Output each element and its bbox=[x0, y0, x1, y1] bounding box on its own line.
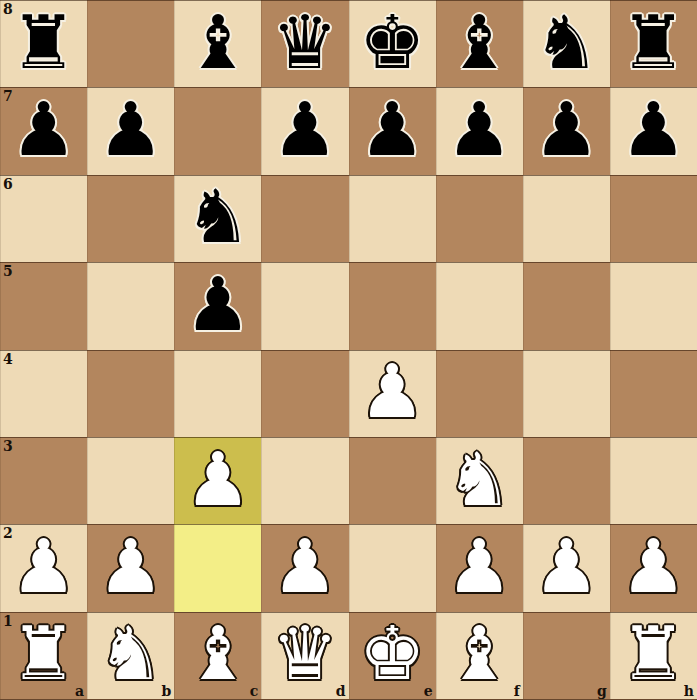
square-h4[interactable] bbox=[610, 350, 697, 437]
white-bishop[interactable]: ♝ bbox=[446, 616, 512, 690]
square-e6[interactable] bbox=[349, 175, 436, 262]
black-pawn[interactable]: ♟ bbox=[185, 267, 251, 341]
rank-label-4: 4 bbox=[3, 351, 13, 367]
black-bishop[interactable]: ♝ bbox=[446, 5, 512, 79]
file-label-a: a bbox=[75, 683, 84, 699]
square-f1[interactable]: f♝ bbox=[436, 612, 523, 699]
square-a6[interactable]: 6 bbox=[0, 175, 87, 262]
file-label-b: b bbox=[161, 683, 171, 699]
white-queen[interactable]: ♛ bbox=[272, 616, 338, 690]
square-c7[interactable] bbox=[174, 87, 261, 174]
square-d5[interactable] bbox=[261, 262, 348, 349]
square-g4[interactable] bbox=[523, 350, 610, 437]
square-e8[interactable]: ♚ bbox=[349, 0, 436, 87]
square-b6[interactable] bbox=[87, 175, 174, 262]
square-g7[interactable]: ♟ bbox=[523, 87, 610, 174]
square-c3[interactable]: ♟ bbox=[174, 437, 261, 524]
square-d4[interactable] bbox=[261, 350, 348, 437]
square-c4[interactable] bbox=[174, 350, 261, 437]
square-a7[interactable]: 7♟ bbox=[0, 87, 87, 174]
white-rook[interactable]: ♜ bbox=[620, 616, 686, 690]
square-h1[interactable]: h♜ bbox=[610, 612, 697, 699]
square-a2[interactable]: 2♟ bbox=[0, 524, 87, 611]
square-g1[interactable]: g bbox=[523, 612, 610, 699]
square-f7[interactable]: ♟ bbox=[436, 87, 523, 174]
square-d2[interactable]: ♟ bbox=[261, 524, 348, 611]
rank-label-5: 5 bbox=[3, 263, 13, 279]
black-rook[interactable]: ♜ bbox=[10, 5, 76, 79]
white-pawn[interactable]: ♟ bbox=[272, 529, 338, 603]
square-f3[interactable]: ♞ bbox=[436, 437, 523, 524]
square-d6[interactable] bbox=[261, 175, 348, 262]
square-c1[interactable]: c♝ bbox=[174, 612, 261, 699]
square-e3[interactable] bbox=[349, 437, 436, 524]
file-label-c: c bbox=[250, 683, 259, 699]
square-b4[interactable] bbox=[87, 350, 174, 437]
white-pawn[interactable]: ♟ bbox=[533, 529, 599, 603]
file-label-f: f bbox=[514, 683, 520, 699]
white-knight[interactable]: ♞ bbox=[446, 442, 512, 516]
file-label-g: g bbox=[597, 683, 607, 699]
white-knight[interactable]: ♞ bbox=[98, 616, 164, 690]
square-f8[interactable]: ♝ bbox=[436, 0, 523, 87]
black-king[interactable]: ♚ bbox=[359, 5, 425, 79]
square-c6[interactable]: ♞ bbox=[174, 175, 261, 262]
black-pawn[interactable]: ♟ bbox=[359, 92, 425, 166]
square-a4[interactable]: 4 bbox=[0, 350, 87, 437]
file-label-h: h bbox=[684, 683, 694, 699]
square-b3[interactable] bbox=[87, 437, 174, 524]
white-pawn[interactable]: ♟ bbox=[620, 529, 686, 603]
rank-label-3: 3 bbox=[3, 438, 13, 454]
black-pawn[interactable]: ♟ bbox=[10, 92, 76, 166]
black-pawn[interactable]: ♟ bbox=[533, 92, 599, 166]
square-e2[interactable] bbox=[349, 524, 436, 611]
rank-label-8: 8 bbox=[3, 1, 13, 17]
file-label-d: d bbox=[336, 683, 346, 699]
square-f2[interactable]: ♟ bbox=[436, 524, 523, 611]
rank-label-1: 1 bbox=[3, 613, 13, 629]
chess-board: 8♜♝♛♚♝♞♜7♟♟♟♟♟♟♟6♞5♟4♟3♟♞2♟♟♟♟♟♟1a♜b♞c♝d… bbox=[0, 0, 697, 700]
square-h6[interactable] bbox=[610, 175, 697, 262]
square-f5[interactable] bbox=[436, 262, 523, 349]
white-king[interactable]: ♚ bbox=[359, 616, 425, 690]
square-a5[interactable]: 5 bbox=[0, 262, 87, 349]
square-c2[interactable] bbox=[174, 524, 261, 611]
square-b8[interactable] bbox=[87, 0, 174, 87]
square-a8[interactable]: 8♜ bbox=[0, 0, 87, 87]
square-h5[interactable] bbox=[610, 262, 697, 349]
black-rook[interactable]: ♜ bbox=[620, 5, 686, 79]
black-bishop[interactable]: ♝ bbox=[185, 5, 251, 79]
square-c5[interactable]: ♟ bbox=[174, 262, 261, 349]
white-pawn[interactable]: ♟ bbox=[10, 529, 76, 603]
square-f4[interactable] bbox=[436, 350, 523, 437]
square-d1[interactable]: d♛ bbox=[261, 612, 348, 699]
square-h3[interactable] bbox=[610, 437, 697, 524]
square-a3[interactable]: 3 bbox=[0, 437, 87, 524]
white-pawn[interactable]: ♟ bbox=[98, 529, 164, 603]
square-g6[interactable] bbox=[523, 175, 610, 262]
black-pawn[interactable]: ♟ bbox=[272, 92, 338, 166]
square-a1[interactable]: 1a♜ bbox=[0, 612, 87, 699]
square-c8[interactable]: ♝ bbox=[174, 0, 261, 87]
black-knight[interactable]: ♞ bbox=[533, 5, 599, 79]
black-knight[interactable]: ♞ bbox=[185, 179, 251, 253]
black-pawn[interactable]: ♟ bbox=[98, 92, 164, 166]
square-g2[interactable]: ♟ bbox=[523, 524, 610, 611]
square-e5[interactable] bbox=[349, 262, 436, 349]
rank-label-7: 7 bbox=[3, 88, 13, 104]
square-g5[interactable] bbox=[523, 262, 610, 349]
square-b5[interactable] bbox=[87, 262, 174, 349]
square-e1[interactable]: e♚ bbox=[349, 612, 436, 699]
square-b2[interactable]: ♟ bbox=[87, 524, 174, 611]
white-bishop[interactable]: ♝ bbox=[185, 616, 251, 690]
black-queen[interactable]: ♛ bbox=[272, 5, 338, 79]
black-pawn[interactable]: ♟ bbox=[446, 92, 512, 166]
square-g3[interactable] bbox=[523, 437, 610, 524]
white-pawn[interactable]: ♟ bbox=[185, 442, 251, 516]
white-pawn[interactable]: ♟ bbox=[359, 354, 425, 428]
square-e7[interactable]: ♟ bbox=[349, 87, 436, 174]
white-pawn[interactable]: ♟ bbox=[446, 529, 512, 603]
black-pawn[interactable]: ♟ bbox=[620, 92, 686, 166]
rank-label-2: 2 bbox=[3, 525, 13, 541]
square-f6[interactable] bbox=[436, 175, 523, 262]
square-h7[interactable]: ♟ bbox=[610, 87, 697, 174]
file-label-e: e bbox=[424, 683, 433, 699]
square-e4[interactable]: ♟ bbox=[349, 350, 436, 437]
square-d3[interactable] bbox=[261, 437, 348, 524]
square-h8[interactable]: ♜ bbox=[610, 0, 697, 87]
rank-label-6: 6 bbox=[3, 176, 13, 192]
white-rook[interactable]: ♜ bbox=[10, 616, 76, 690]
square-b7[interactable]: ♟ bbox=[87, 87, 174, 174]
square-g8[interactable]: ♞ bbox=[523, 0, 610, 87]
square-b1[interactable]: b♞ bbox=[87, 612, 174, 699]
square-d8[interactable]: ♛ bbox=[261, 0, 348, 87]
square-h2[interactable]: ♟ bbox=[610, 524, 697, 611]
square-d7[interactable]: ♟ bbox=[261, 87, 348, 174]
